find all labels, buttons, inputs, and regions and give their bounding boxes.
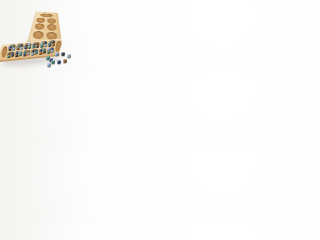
stone (34, 51, 38, 54)
loose-stone-4[interactable] (61, 52, 65, 56)
pit-south-2[interactable] (15, 50, 23, 57)
loose-stone-3[interactable] (55, 52, 59, 56)
lid-pit-3 (34, 23, 45, 30)
pit-south-3[interactable] (23, 50, 31, 57)
stone (19, 46, 23, 49)
store-east[interactable] (55, 40, 62, 52)
pit-south-4[interactable] (31, 49, 39, 56)
stone (50, 50, 54, 53)
pit-south-6[interactable] (47, 47, 55, 54)
stone (51, 43, 55, 46)
stone (35, 45, 39, 48)
stone (18, 53, 22, 56)
loose-stone-7[interactable] (57, 60, 61, 64)
lid-pit-5 (32, 31, 44, 40)
loose-stone-9[interactable] (47, 63, 51, 67)
scene (0, 0, 74, 74)
stone (10, 54, 14, 57)
stone (39, 51, 43, 54)
stone (23, 53, 27, 56)
loose-stone-5[interactable] (67, 54, 71, 58)
lid-pit-4 (46, 24, 56, 31)
stone (31, 52, 35, 55)
pit-north-6[interactable] (48, 40, 56, 47)
lid-pit-1 (36, 18, 46, 24)
loose-stone-8[interactable] (63, 59, 67, 63)
stone (26, 52, 30, 55)
stone (43, 44, 47, 47)
pit-north-4[interactable] (32, 42, 40, 49)
loose-stone-6[interactable] (51, 60, 55, 64)
stone (15, 54, 19, 57)
stone (42, 51, 46, 54)
stone (27, 46, 31, 49)
pit-south-1[interactable] (7, 51, 15, 58)
pit-north-1[interactable] (8, 45, 16, 52)
stone (47, 50, 51, 53)
stone (12, 47, 16, 50)
stone (7, 55, 11, 58)
pit-north-5[interactable] (40, 41, 48, 48)
pit-north-2[interactable] (16, 44, 24, 51)
pit-north-3[interactable] (24, 43, 32, 50)
lid-pit-2 (47, 18, 56, 24)
pit-south-5[interactable] (39, 48, 47, 55)
